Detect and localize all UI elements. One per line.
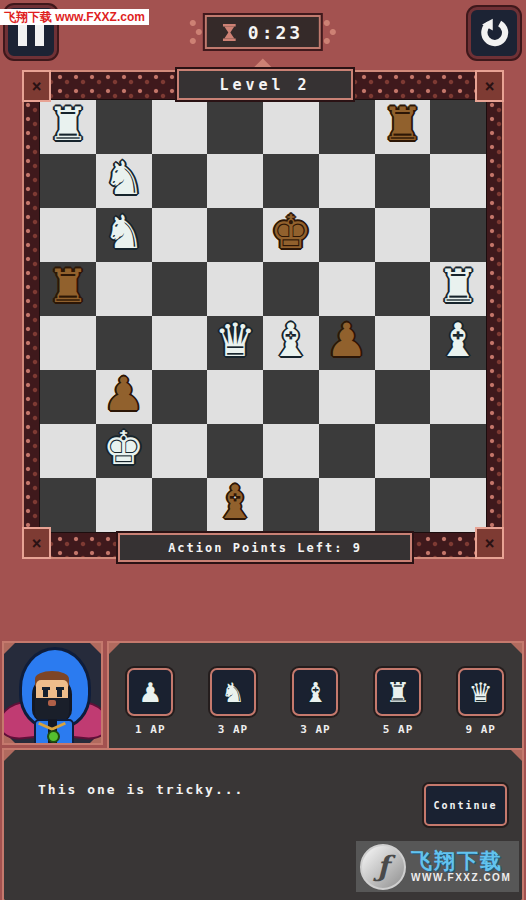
square-g1[interactable] — [375, 478, 431, 532]
square-b3[interactable]: ♟ — [96, 370, 152, 424]
tray-piece-bishop[interactable]: ♝3 AP — [292, 668, 338, 736]
corner-ornament-icon — [4, 750, 15, 761]
square-h1[interactable] — [430, 478, 486, 532]
chess-board: ♜♜♞♞♚♜♜♛♝♟♝♟♚♝ — [40, 100, 486, 532]
square-c5[interactable] — [152, 262, 208, 316]
square-g6[interactable] — [375, 208, 431, 262]
black-pawn-f4[interactable]: ♟ — [326, 317, 367, 363]
square-a6[interactable] — [40, 208, 96, 262]
white-rook-a8[interactable]: ♜ — [47, 101, 88, 147]
square-d8[interactable] — [207, 100, 263, 154]
pawn-icon: ♟ — [127, 668, 173, 716]
black-rook-g8[interactable]: ♜ — [382, 101, 423, 147]
square-e2[interactable] — [263, 424, 319, 478]
watermark-top: 飞翔下载 www.FXXZ.com — [0, 9, 149, 25]
corner-ornament-icon — [511, 750, 522, 761]
square-h8[interactable] — [430, 100, 486, 154]
white-bishop-e4[interactable]: ♝ — [270, 317, 311, 363]
timer-ornament-left — [187, 18, 205, 46]
white-king-b2[interactable]: ♚ — [103, 425, 144, 471]
knight-cost-label: 3 AP — [218, 723, 249, 736]
frame-corner-icon: × — [22, 527, 51, 559]
pawn-glyph: ♟ — [138, 679, 162, 706]
frame-corner-icon: × — [22, 70, 51, 102]
square-g2[interactable] — [375, 424, 431, 478]
wizard-amulet — [47, 730, 60, 743]
square-g7[interactable] — [375, 154, 431, 208]
square-f2[interactable] — [319, 424, 375, 478]
square-g4[interactable] — [375, 316, 431, 370]
rook-icon: ♜ — [375, 668, 421, 716]
square-d6[interactable] — [207, 208, 263, 262]
knight-icon: ♞ — [210, 668, 256, 716]
black-bishop-d1[interactable]: ♝ — [215, 479, 256, 525]
corner-ornament-icon — [4, 643, 15, 654]
square-g3[interactable] — [375, 370, 431, 424]
square-g8[interactable]: ♜ — [375, 100, 431, 154]
square-e3[interactable] — [263, 370, 319, 424]
watermark-url: WWW.FXXZ.COM — [411, 872, 511, 883]
square-c6[interactable] — [152, 208, 208, 262]
square-e6[interactable]: ♚ — [263, 208, 319, 262]
square-b2[interactable]: ♚ — [96, 424, 152, 478]
hourglass-icon — [223, 24, 236, 41]
black-king-e6[interactable]: ♚ — [270, 209, 311, 255]
dialog-text: This one is tricky... — [38, 782, 244, 797]
watermark-logo-icon: ƒ — [360, 844, 406, 890]
pawn-cost-label: 1 AP — [135, 723, 166, 736]
corner-ornament-icon — [109, 643, 120, 654]
square-h7[interactable] — [430, 154, 486, 208]
frame-corner-icon: × — [475, 527, 504, 559]
white-knight-b6[interactable]: ♞ — [103, 209, 144, 255]
square-a7[interactable] — [40, 154, 96, 208]
square-d7[interactable] — [207, 154, 263, 208]
action-points-label: Action Points Left: 9 — [168, 541, 362, 555]
square-h2[interactable] — [430, 424, 486, 478]
white-bishop-h4[interactable]: ♝ — [438, 317, 479, 363]
square-b5[interactable] — [96, 262, 152, 316]
action-points-bar: Action Points Left: 9 — [118, 533, 412, 562]
square-h5[interactable]: ♜ — [430, 262, 486, 316]
square-d3[interactable] — [207, 370, 263, 424]
bishop-cost-label: 3 AP — [300, 723, 331, 736]
square-a3[interactable] — [40, 370, 96, 424]
square-d1[interactable]: ♝ — [207, 478, 263, 532]
square-f3[interactable] — [319, 370, 375, 424]
rook-glyph: ♜ — [386, 679, 410, 706]
level-label: Level 2 — [219, 76, 310, 94]
square-b4[interactable] — [96, 316, 152, 370]
square-e7[interactable] — [263, 154, 319, 208]
square-f4[interactable]: ♟ — [319, 316, 375, 370]
square-f6[interactable] — [319, 208, 375, 262]
square-b6[interactable]: ♞ — [96, 208, 152, 262]
timer-box: 0:23 — [205, 15, 321, 49]
square-a4[interactable] — [40, 316, 96, 370]
tray-piece-knight[interactable]: ♞3 AP — [210, 668, 256, 736]
timer-ornament-right — [321, 18, 339, 46]
square-f1[interactable] — [319, 478, 375, 532]
level-banner: Level 2 — [177, 69, 353, 100]
square-e4[interactable]: ♝ — [263, 316, 319, 370]
square-f5[interactable] — [319, 262, 375, 316]
square-a5[interactable]: ♜ — [40, 262, 96, 316]
square-a8[interactable]: ♜ — [40, 100, 96, 154]
white-queen-d4[interactable]: ♛ — [215, 317, 256, 363]
frame-corner-icon: × — [475, 70, 504, 102]
square-f7[interactable] — [319, 154, 375, 208]
square-d2[interactable] — [207, 424, 263, 478]
square-d4[interactable]: ♛ — [207, 316, 263, 370]
white-knight-b7[interactable]: ♞ — [103, 155, 144, 201]
square-h6[interactable] — [430, 208, 486, 262]
queen-cost-label: 9 AP — [465, 723, 496, 736]
square-a2[interactable] — [40, 424, 96, 478]
wizard-eye — [57, 690, 62, 697]
timer-panel: 0:23 — [187, 15, 339, 49]
restart-icon — [479, 18, 509, 48]
tray-piece-queen[interactable]: ♛9 AP — [458, 668, 504, 736]
watermark-bottom: ƒ 飞翔下载 WWW.FXXZ.COM — [356, 841, 519, 892]
wizard-portrait — [2, 641, 103, 745]
timer-value: 0:23 — [248, 22, 303, 43]
black-pawn-b3[interactable]: ♟ — [103, 371, 144, 417]
square-a1[interactable] — [40, 478, 96, 532]
square-e8[interactable] — [263, 100, 319, 154]
square-c2[interactable] — [152, 424, 208, 478]
continue-button[interactable]: Continue — [424, 784, 507, 826]
square-c8[interactable] — [152, 100, 208, 154]
square-g5[interactable] — [375, 262, 431, 316]
square-b8[interactable] — [96, 100, 152, 154]
restart-button[interactable] — [468, 7, 520, 59]
knight-glyph: ♞ — [221, 679, 245, 706]
square-c1[interactable] — [152, 478, 208, 532]
rook-cost-label: 5 AP — [383, 723, 414, 736]
game-screen: 0:23 × × × × Level 2 ♜♜♞♞♚♜♜♛♝♟♝♟♚♝ Acti… — [0, 0, 526, 900]
square-c7[interactable] — [152, 154, 208, 208]
bishop-glyph: ♝ — [303, 679, 327, 706]
continue-label: Continue — [433, 800, 497, 811]
corner-ornament-icon — [90, 643, 101, 654]
tray-piece-pawn[interactable]: ♟1 AP — [127, 668, 173, 736]
watermark-title: 飞翔下载 — [411, 850, 511, 872]
tray-piece-rook[interactable]: ♜5 AP — [375, 668, 421, 736]
wizard-mouth — [48, 700, 56, 706]
square-b1[interactable] — [96, 478, 152, 532]
bishop-icon: ♝ — [292, 668, 338, 716]
square-h4[interactable]: ♝ — [430, 316, 486, 370]
square-c3[interactable] — [152, 370, 208, 424]
square-b7[interactable]: ♞ — [96, 154, 152, 208]
queen-icon: ♛ — [458, 668, 504, 716]
square-d5[interactable] — [207, 262, 263, 316]
square-f8[interactable] — [319, 100, 375, 154]
black-rook-a5[interactable]: ♜ — [47, 263, 88, 309]
square-c4[interactable] — [152, 316, 208, 370]
square-e5[interactable] — [263, 262, 319, 316]
wizard-eye — [43, 690, 48, 697]
white-rook-h5[interactable]: ♜ — [438, 263, 479, 309]
corner-ornament-icon — [511, 643, 522, 654]
queen-glyph: ♛ — [469, 679, 493, 706]
square-e1[interactable] — [263, 478, 319, 532]
square-h3[interactable] — [430, 370, 486, 424]
